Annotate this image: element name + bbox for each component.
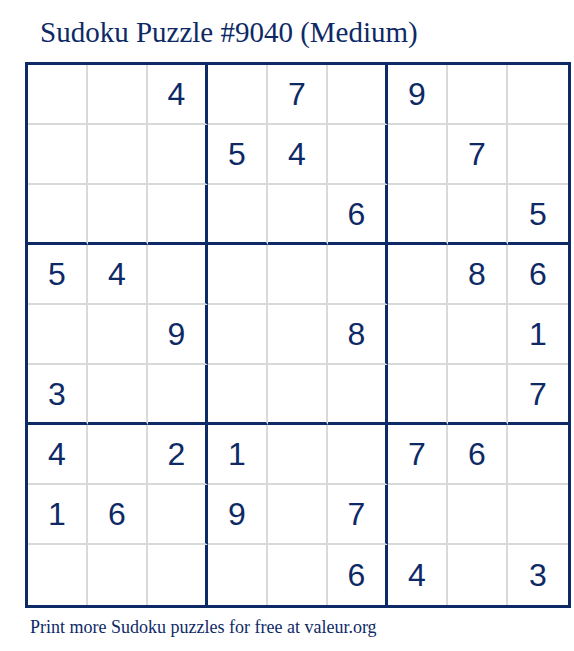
cell-r1c8[interactable] — [448, 65, 508, 125]
cell-r8c1[interactable]: 1 — [28, 485, 88, 545]
cell-r4c2[interactable]: 4 — [88, 245, 148, 305]
cell-r1c3[interactable]: 4 — [148, 65, 208, 125]
footer-text: Print more Sudoku puzzles for free at va… — [30, 617, 377, 638]
cell-r1c5[interactable]: 7 — [268, 65, 328, 125]
cell-r9c4[interactable] — [208, 545, 268, 605]
cell-r7c9[interactable] — [508, 425, 568, 485]
cell-r2c1[interactable] — [28, 125, 88, 185]
cell-r7c1[interactable]: 4 — [28, 425, 88, 485]
cell-r1c1[interactable] — [28, 65, 88, 125]
cell-r3c4[interactable] — [208, 185, 268, 245]
cell-r8c4[interactable]: 9 — [208, 485, 268, 545]
cell-r3c8[interactable] — [448, 185, 508, 245]
cell-r5c8[interactable] — [448, 305, 508, 365]
cell-r2c5[interactable]: 4 — [268, 125, 328, 185]
sudoku-board: 47954765548698137421761697643 — [25, 62, 571, 608]
cell-r9c8[interactable] — [448, 545, 508, 605]
cell-r9c6[interactable]: 6 — [328, 545, 388, 605]
cell-r8c2[interactable]: 6 — [88, 485, 148, 545]
cell-r2c3[interactable] — [148, 125, 208, 185]
cell-r5c1[interactable] — [28, 305, 88, 365]
cell-r7c5[interactable] — [268, 425, 328, 485]
cell-r6c1[interactable]: 3 — [28, 365, 88, 425]
cell-r1c7[interactable]: 9 — [388, 65, 448, 125]
cell-r7c4[interactable]: 1 — [208, 425, 268, 485]
cell-r3c9[interactable]: 5 — [508, 185, 568, 245]
cell-r5c2[interactable] — [88, 305, 148, 365]
cell-r2c7[interactable] — [388, 125, 448, 185]
cell-r8c5[interactable] — [268, 485, 328, 545]
cell-r4c9[interactable]: 6 — [508, 245, 568, 305]
cell-r2c9[interactable] — [508, 125, 568, 185]
cell-r8c6[interactable]: 7 — [328, 485, 388, 545]
sudoku-page: Sudoku Puzzle #9040 (Medium) 47954765548… — [0, 0, 574, 651]
cell-r9c2[interactable] — [88, 545, 148, 605]
cell-r7c7[interactable]: 7 — [388, 425, 448, 485]
cell-r4c4[interactable] — [208, 245, 268, 305]
cell-r7c3[interactable]: 2 — [148, 425, 208, 485]
cell-r7c8[interactable]: 6 — [448, 425, 508, 485]
cell-r4c6[interactable] — [328, 245, 388, 305]
cell-r4c7[interactable] — [388, 245, 448, 305]
cell-r8c3[interactable] — [148, 485, 208, 545]
cell-r1c9[interactable] — [508, 65, 568, 125]
cell-r6c6[interactable] — [328, 365, 388, 425]
cell-r5c6[interactable]: 8 — [328, 305, 388, 365]
cell-r9c9[interactable]: 3 — [508, 545, 568, 605]
cell-r9c7[interactable]: 4 — [388, 545, 448, 605]
cell-r2c8[interactable]: 7 — [448, 125, 508, 185]
cell-r3c7[interactable] — [388, 185, 448, 245]
cell-r9c3[interactable] — [148, 545, 208, 605]
cell-r9c5[interactable] — [268, 545, 328, 605]
cell-r5c4[interactable] — [208, 305, 268, 365]
cell-r7c2[interactable] — [88, 425, 148, 485]
cell-r5c7[interactable] — [388, 305, 448, 365]
cell-r4c3[interactable] — [148, 245, 208, 305]
cell-r3c1[interactable] — [28, 185, 88, 245]
cell-r2c2[interactable] — [88, 125, 148, 185]
cell-r6c4[interactable] — [208, 365, 268, 425]
cell-r6c3[interactable] — [148, 365, 208, 425]
cell-r3c5[interactable] — [268, 185, 328, 245]
cell-r8c9[interactable] — [508, 485, 568, 545]
cell-r1c6[interactable] — [328, 65, 388, 125]
cell-r6c5[interactable] — [268, 365, 328, 425]
cell-r5c5[interactable] — [268, 305, 328, 365]
cell-r2c4[interactable]: 5 — [208, 125, 268, 185]
cell-r5c9[interactable]: 1 — [508, 305, 568, 365]
cell-r1c2[interactable] — [88, 65, 148, 125]
cell-r1c4[interactable] — [208, 65, 268, 125]
cell-r6c2[interactable] — [88, 365, 148, 425]
cell-r2c6[interactable] — [328, 125, 388, 185]
cell-r3c3[interactable] — [148, 185, 208, 245]
cell-r6c8[interactable] — [448, 365, 508, 425]
page-title: Sudoku Puzzle #9040 (Medium) — [40, 16, 418, 49]
cell-r4c5[interactable] — [268, 245, 328, 305]
cell-r4c1[interactable]: 5 — [28, 245, 88, 305]
cell-r8c8[interactable] — [448, 485, 508, 545]
cell-r3c6[interactable]: 6 — [328, 185, 388, 245]
cell-r3c2[interactable] — [88, 185, 148, 245]
cell-r8c7[interactable] — [388, 485, 448, 545]
cell-r6c7[interactable] — [388, 365, 448, 425]
cell-r6c9[interactable]: 7 — [508, 365, 568, 425]
cell-r7c6[interactable] — [328, 425, 388, 485]
cell-r4c8[interactable]: 8 — [448, 245, 508, 305]
cell-r5c3[interactable]: 9 — [148, 305, 208, 365]
cell-r9c1[interactable] — [28, 545, 88, 605]
